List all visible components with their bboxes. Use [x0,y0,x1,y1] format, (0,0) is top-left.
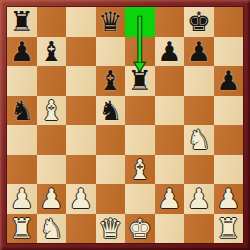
piece-white-king: ♚ [125,214,155,244]
piece-white-rook: ♜ [214,214,244,244]
piece-black-knight: ♞ [96,96,126,126]
square-h4[interactable] [214,125,244,155]
square-a7[interactable]: ♟ [7,37,37,67]
square-e8[interactable] [125,7,155,37]
square-c6[interactable] [66,66,96,96]
square-d6[interactable]: ♝ [96,66,126,96]
square-e5[interactable] [125,96,155,126]
piece-white-pawn: ♟ [214,184,244,214]
square-a6[interactable] [7,66,37,96]
square-a1[interactable]: ♜ [7,214,37,244]
square-a4[interactable] [7,125,37,155]
square-f6[interactable] [155,66,185,96]
square-e1[interactable]: ♚ [125,214,155,244]
square-d3[interactable] [96,155,126,185]
square-d1[interactable]: ♛ [96,214,126,244]
square-b4[interactable] [37,125,67,155]
square-b5[interactable]: ♝ [37,96,67,126]
square-d4[interactable] [96,125,126,155]
square-f3[interactable] [155,155,185,185]
square-e4[interactable] [125,125,155,155]
chess-board: ♜♛♚♟♝♟♟♝♜♟♞♝♞♞♝♟♟♟♟♟♟♜♞♛♚♜ [7,7,243,243]
square-c2[interactable]: ♟ [66,184,96,214]
square-e7[interactable] [125,37,155,67]
square-g4[interactable]: ♞ [184,125,214,155]
piece-black-pawn: ♟ [214,66,244,96]
square-c8[interactable] [66,7,96,37]
square-d5[interactable]: ♞ [96,96,126,126]
piece-black-pawn: ♟ [7,37,37,67]
square-b2[interactable]: ♟ [37,184,67,214]
piece-white-pawn: ♟ [7,184,37,214]
piece-black-bishop: ♝ [37,37,67,67]
chess-diagram: ♜♛♚♟♝♟♟♝♜♟♞♝♞♞♝♟♟♟♟♟♟♜♞♛♚♜ [0,0,250,250]
square-h7[interactable] [214,37,244,67]
piece-white-pawn: ♟ [37,184,67,214]
square-h8[interactable] [214,7,244,37]
square-h6[interactable]: ♟ [214,66,244,96]
square-f4[interactable] [155,125,185,155]
square-h5[interactable] [214,96,244,126]
piece-white-queen: ♛ [96,214,126,244]
square-g5[interactable] [184,96,214,126]
piece-white-bishop: ♝ [37,96,67,126]
piece-white-knight: ♞ [184,125,214,155]
square-a8[interactable]: ♜ [7,7,37,37]
square-b1[interactable]: ♞ [37,214,67,244]
piece-black-rook: ♜ [7,7,37,37]
square-g7[interactable]: ♟ [184,37,214,67]
piece-white-pawn: ♟ [155,184,185,214]
square-f2[interactable]: ♟ [155,184,185,214]
square-g2[interactable]: ♟ [184,184,214,214]
square-f1[interactable] [155,214,185,244]
square-b3[interactable] [37,155,67,185]
square-c3[interactable] [66,155,96,185]
square-a2[interactable]: ♟ [7,184,37,214]
square-e3[interactable]: ♝ [125,155,155,185]
piece-black-rook: ♜ [125,66,155,96]
square-f5[interactable] [155,96,185,126]
piece-black-pawn: ♟ [155,37,185,67]
square-b6[interactable] [37,66,67,96]
square-h2[interactable]: ♟ [214,184,244,214]
piece-white-rook: ♜ [7,214,37,244]
square-f7[interactable]: ♟ [155,37,185,67]
square-g6[interactable] [184,66,214,96]
piece-white-knight: ♞ [37,214,67,244]
square-e2[interactable] [125,184,155,214]
square-g1[interactable] [184,214,214,244]
square-c5[interactable] [66,96,96,126]
piece-white-bishop: ♝ [125,155,155,185]
square-c7[interactable] [66,37,96,67]
square-d2[interactable] [96,184,126,214]
square-h1[interactable]: ♜ [214,214,244,244]
piece-white-pawn: ♟ [66,184,96,214]
piece-black-knight: ♞ [7,96,37,126]
square-b7[interactable]: ♝ [37,37,67,67]
piece-black-pawn: ♟ [184,37,214,67]
square-b8[interactable] [37,7,67,37]
square-c4[interactable] [66,125,96,155]
square-a5[interactable]: ♞ [7,96,37,126]
square-d7[interactable] [96,37,126,67]
piece-black-queen: ♛ [96,7,126,37]
square-f8[interactable] [155,7,185,37]
piece-black-bishop: ♝ [96,66,126,96]
square-c1[interactable] [66,214,96,244]
square-d8[interactable]: ♛ [96,7,126,37]
square-h3[interactable] [214,155,244,185]
piece-white-pawn: ♟ [184,184,214,214]
square-g3[interactable] [184,155,214,185]
square-e6[interactable]: ♜ [125,66,155,96]
square-a3[interactable] [7,155,37,185]
piece-black-king: ♚ [184,7,214,37]
square-g8[interactable]: ♚ [184,7,214,37]
